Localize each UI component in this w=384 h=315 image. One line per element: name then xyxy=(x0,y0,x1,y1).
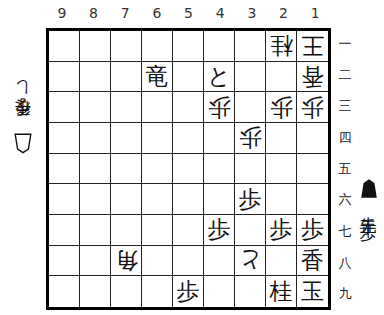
board-cell[interactable] xyxy=(80,184,111,215)
board-cell[interactable]: と xyxy=(204,62,235,93)
file-label: 7 xyxy=(109,2,141,24)
board-cell[interactable] xyxy=(204,123,235,154)
shogi-piece-sente: 香 xyxy=(301,249,324,272)
board-cell[interactable] xyxy=(235,276,266,307)
board-cell[interactable] xyxy=(173,246,204,277)
board-cell[interactable] xyxy=(49,184,80,215)
board-cell[interactable] xyxy=(49,154,80,185)
file-label: 1 xyxy=(299,2,331,24)
board-cell[interactable] xyxy=(80,31,111,62)
board-cell[interactable] xyxy=(142,215,173,246)
shogi-piece-sente: と xyxy=(207,65,231,88)
board-cell[interactable]: 角 xyxy=(111,246,142,277)
rank-label: 九 xyxy=(334,279,356,310)
board-cell[interactable] xyxy=(49,276,80,307)
shogi-diagram: 987654321 桂王竜と香歩歩歩歩歩歩歩歩角と香歩桂玉 一二三四五六七八九 … xyxy=(0,0,384,315)
board-cell[interactable] xyxy=(80,215,111,246)
board-cell[interactable] xyxy=(204,184,235,215)
board-cell[interactable] xyxy=(111,184,142,215)
shogi-piece-gote: 桂 xyxy=(270,34,293,57)
board-cell[interactable]: 香 xyxy=(297,62,328,93)
board-cell[interactable] xyxy=(49,31,80,62)
board-cell[interactable] xyxy=(235,215,266,246)
sente-player-area: 先手 歩 xyxy=(356,178,382,213)
board-cell[interactable]: 歩 xyxy=(297,215,328,246)
board-cell[interactable] xyxy=(80,154,111,185)
shogi-piece-gote: 歩 xyxy=(270,96,293,119)
board-cell[interactable] xyxy=(266,184,297,215)
shogi-piece-gote: 香 xyxy=(301,65,324,88)
shogi-piece-gote: 歩 xyxy=(301,96,324,119)
file-label: 4 xyxy=(204,2,236,24)
board-cell[interactable] xyxy=(142,31,173,62)
board-cell[interactable] xyxy=(111,276,142,307)
board-cell[interactable] xyxy=(297,123,328,154)
board-cell[interactable]: 歩 xyxy=(235,184,266,215)
sente-koma-icon xyxy=(359,178,379,199)
file-labels: 987654321 xyxy=(46,2,331,24)
board-cell[interactable] xyxy=(80,123,111,154)
board-cell[interactable]: 歩 xyxy=(266,215,297,246)
rank-label: 三 xyxy=(334,91,356,122)
shogi-piece-sente: 歩 xyxy=(301,218,324,241)
board-cell[interactable] xyxy=(49,62,80,93)
gote-label: 後手 xyxy=(13,128,34,130)
shogi-piece-gote: 王 xyxy=(301,34,324,57)
rank-label: 一 xyxy=(334,28,356,59)
gote-hand-pieces: なし xyxy=(13,86,34,125)
board-cell[interactable] xyxy=(235,62,266,93)
board-cell[interactable]: と xyxy=(235,246,266,277)
board-cell[interactable]: 王 xyxy=(297,31,328,62)
board-cell[interactable]: 歩 xyxy=(173,276,204,307)
board-cell[interactable]: 歩 xyxy=(204,92,235,123)
board-cell[interactable] xyxy=(266,62,297,93)
file-label: 6 xyxy=(141,2,173,24)
file-label: 8 xyxy=(78,2,110,24)
board-cell[interactable] xyxy=(111,31,142,62)
board-cell[interactable] xyxy=(235,31,266,62)
board-cell[interactable] xyxy=(204,31,235,62)
board-cell[interactable] xyxy=(142,154,173,185)
board-cell[interactable] xyxy=(111,215,142,246)
board-cell[interactable]: 歩 xyxy=(235,123,266,154)
board-cell[interactable] xyxy=(111,154,142,185)
board-cell[interactable] xyxy=(111,92,142,123)
board-cell[interactable] xyxy=(204,154,235,185)
board-cell[interactable] xyxy=(142,184,173,215)
gote-player-area: 後手 なし xyxy=(6,20,40,154)
file-label: 2 xyxy=(268,2,300,24)
rank-label: 二 xyxy=(334,59,356,90)
board-cell[interactable] xyxy=(80,92,111,123)
board-cell[interactable] xyxy=(49,215,80,246)
board-cell[interactable]: 歩 xyxy=(204,215,235,246)
shogi-piece-sente: 歩 xyxy=(208,218,231,241)
board-cell[interactable]: 桂 xyxy=(266,31,297,62)
board-cell[interactable] xyxy=(173,154,204,185)
board-cell[interactable]: 歩 xyxy=(297,92,328,123)
board-cell[interactable] xyxy=(266,154,297,185)
sente-hand-pieces: 歩 xyxy=(358,211,381,213)
board-cell[interactable] xyxy=(80,246,111,277)
board-cell[interactable]: 竜 xyxy=(142,62,173,93)
board-cell[interactable] xyxy=(80,62,111,93)
board-cell[interactable] xyxy=(204,276,235,307)
board-cell[interactable] xyxy=(173,62,204,93)
shogi-piece-sente: 歩 xyxy=(239,188,262,211)
file-label: 3 xyxy=(236,2,268,24)
shogi-piece-sente: 歩 xyxy=(177,280,200,303)
board-cell[interactable] xyxy=(142,92,173,123)
shogi-piece-gote: 歩 xyxy=(208,96,231,119)
board-cell[interactable] xyxy=(173,215,204,246)
gote-koma-icon xyxy=(13,133,33,154)
shogi-piece-sente: 桂 xyxy=(270,280,293,303)
board-cell[interactable]: 桂 xyxy=(266,276,297,307)
board-cell[interactable] xyxy=(173,92,204,123)
board-cell[interactable] xyxy=(49,246,80,277)
board-cell[interactable] xyxy=(173,123,204,154)
board-cell[interactable] xyxy=(266,123,297,154)
board-cell[interactable] xyxy=(142,123,173,154)
rank-label: 四 xyxy=(334,122,356,153)
shogi-piece-gote: 歩 xyxy=(239,126,262,149)
board-cell[interactable]: 歩 xyxy=(266,92,297,123)
board-cell[interactable] xyxy=(297,154,328,185)
board-cell[interactable] xyxy=(173,31,204,62)
board-cell[interactable] xyxy=(142,246,173,277)
board-cell[interactable] xyxy=(142,276,173,307)
shogi-board: 桂王竜と香歩歩歩歩歩歩歩歩角と香歩桂玉 xyxy=(46,28,331,310)
board-cell[interactable] xyxy=(235,92,266,123)
file-label: 5 xyxy=(173,2,205,24)
shogi-piece-gote: 角 xyxy=(115,249,138,272)
board-cell[interactable] xyxy=(297,184,328,215)
shogi-piece-sente: 玉 xyxy=(301,280,324,303)
board-cell[interactable] xyxy=(49,123,80,154)
board-cell[interactable] xyxy=(266,246,297,277)
board-cell[interactable] xyxy=(204,246,235,277)
shogi-piece-sente: 歩 xyxy=(270,218,293,241)
shogi-piece-sente: 竜 xyxy=(146,65,169,88)
sente-label: 先手 xyxy=(358,203,381,207)
shogi-piece-gote: と xyxy=(238,249,262,272)
rank-label: 八 xyxy=(334,247,356,278)
rank-label: 五 xyxy=(334,153,356,184)
board-cell[interactable]: 香 xyxy=(297,246,328,277)
board-cell[interactable] xyxy=(49,92,80,123)
board-cell[interactable] xyxy=(235,154,266,185)
board-cell[interactable]: 玉 xyxy=(297,276,328,307)
rank-label: 七 xyxy=(334,216,356,247)
rank-label: 六 xyxy=(334,185,356,216)
board-cell[interactable] xyxy=(80,276,111,307)
rank-labels: 一二三四五六七八九 xyxy=(334,28,356,310)
board-cell[interactable] xyxy=(111,62,142,93)
board-cell[interactable] xyxy=(173,184,204,215)
board-cell[interactable] xyxy=(111,123,142,154)
file-label: 9 xyxy=(46,2,78,24)
